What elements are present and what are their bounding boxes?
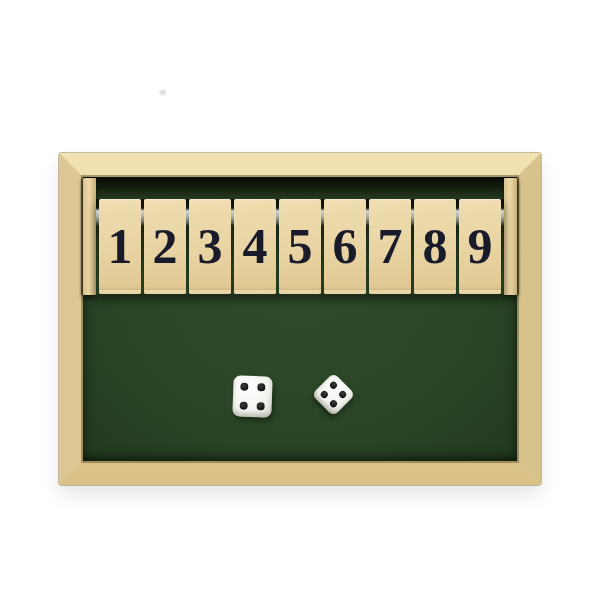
tile-2[interactable]: 2 [144, 199, 186, 294]
tile-9[interactable]: 9 [459, 199, 501, 294]
die-pip [239, 401, 247, 409]
die-pip [319, 390, 329, 400]
rod-post-left [83, 178, 96, 295]
tile-7[interactable]: 7 [369, 199, 411, 294]
die-2[interactable] [312, 373, 356, 417]
tile-hinge-shadow [83, 177, 517, 200]
tile-1[interactable]: 1 [99, 199, 141, 294]
shut-the-box-board: 123456789 [59, 153, 541, 485]
tile-number: 3 [198, 221, 223, 271]
felt-play-area: 123456789 [83, 177, 517, 461]
die-pip [257, 402, 265, 410]
die-1[interactable] [232, 375, 272, 417]
tile-number: 9 [468, 221, 493, 271]
tile-number: 8 [423, 221, 448, 271]
tile-number: 7 [378, 221, 403, 271]
tile-8[interactable]: 8 [414, 199, 456, 294]
die-pip [257, 384, 265, 392]
tile-number: 5 [288, 221, 313, 271]
tile-3[interactable]: 3 [189, 199, 231, 294]
tile-number: 2 [153, 221, 178, 271]
tile-number: 4 [243, 221, 268, 271]
rod-post-right [504, 178, 517, 295]
tile-number: 1 [108, 221, 133, 271]
die-pip [329, 399, 339, 409]
die-pip [329, 380, 339, 390]
photo-background: 123456789 [0, 0, 600, 600]
tile-row: 123456789 [96, 199, 504, 294]
tile-6[interactable]: 6 [324, 199, 366, 294]
die-pip [240, 383, 248, 391]
tile-number: 6 [333, 221, 358, 271]
tile-5[interactable]: 5 [279, 199, 321, 294]
die-pip [338, 390, 348, 400]
dust-speck [160, 90, 166, 95]
tile-4[interactable]: 4 [234, 199, 276, 294]
